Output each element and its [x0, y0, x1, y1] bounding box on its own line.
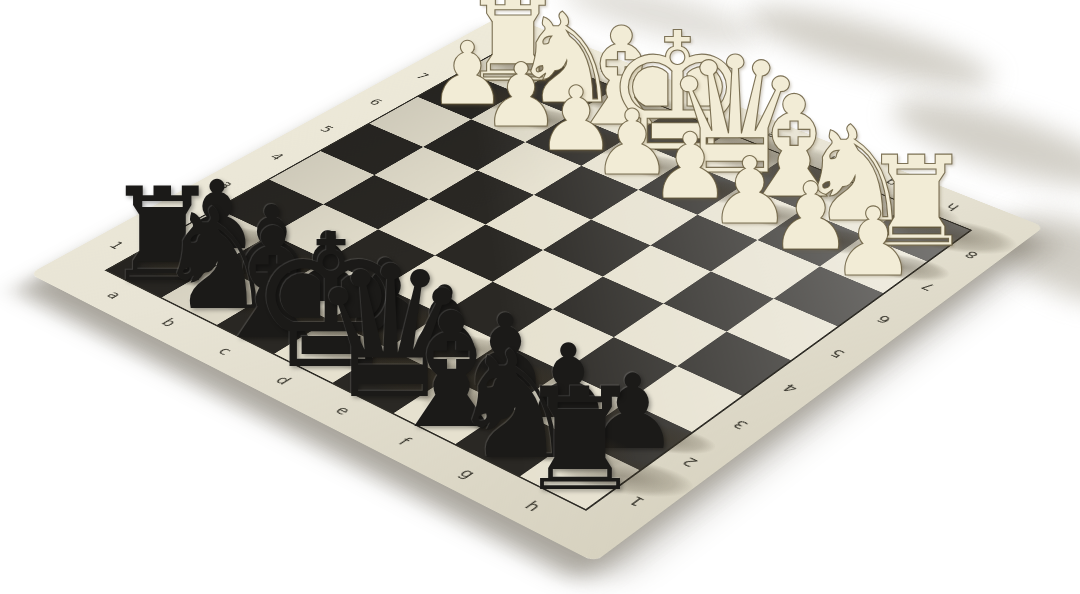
- file-label-e: e: [762, 130, 781, 140]
- rank-label-4: 4: [779, 381, 801, 395]
- file-label-b: b: [157, 316, 180, 329]
- rank-label-4: 4: [266, 151, 287, 162]
- rank-label-3: 3: [215, 180, 236, 191]
- file-label-e: e: [331, 404, 354, 418]
- file-label-f: f: [823, 154, 839, 163]
- rank-label-6: 6: [366, 97, 386, 107]
- file-label-f: f: [395, 435, 415, 447]
- file-label-d: d: [272, 374, 295, 387]
- chess-board-grid: [107, 46, 969, 509]
- file-label-h: h: [521, 499, 545, 514]
- rank-label-5: 5: [317, 124, 337, 134]
- file-label-a: a: [103, 289, 125, 301]
- rank-label-2: 2: [161, 209, 183, 220]
- file-label-b: b: [595, 64, 614, 74]
- file-label-d: d: [705, 107, 724, 117]
- file-label-h: h: [943, 201, 963, 212]
- rank-label-8: 8: [459, 46, 478, 56]
- rank-label-5: 5: [827, 347, 849, 360]
- chess-photo-scene: abcdefgh abcdefgh 87654321 87654321 ♜♞♝♚…: [0, 0, 1080, 594]
- chess-board: abcdefgh abcdefgh 87654321 87654321: [30, 14, 1045, 562]
- rank-label-6: 6: [873, 313, 894, 326]
- rank-label-8: 8: [961, 249, 981, 261]
- rank-label-3: 3: [729, 417, 752, 431]
- file-label-a: a: [542, 43, 561, 52]
- board-perspective-wrapper: abcdefgh abcdefgh 87654321 87654321: [183, 0, 903, 594]
- file-label-c: c: [214, 345, 236, 358]
- rank-label-1: 1: [106, 239, 128, 251]
- rank-label-2: 2: [678, 455, 701, 470]
- file-label-c: c: [650, 85, 668, 95]
- file-label-g: g: [881, 177, 901, 188]
- file-label-g: g: [456, 466, 480, 481]
- rank-label-7: 7: [918, 280, 939, 292]
- rank-label-7: 7: [413, 71, 433, 81]
- rank-label-1: 1: [625, 493, 649, 508]
